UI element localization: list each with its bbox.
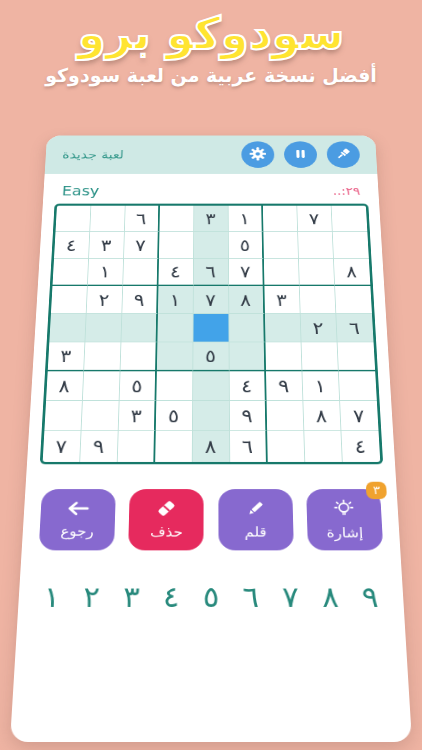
- cell-r8c4[interactable]: ٥: [155, 401, 192, 431]
- cell-r4c7[interactable]: ٣: [264, 286, 300, 314]
- action-bar: رجوع حذف: [22, 489, 401, 550]
- cell-r5c8[interactable]: ٢: [300, 314, 337, 342]
- cell-r5c5[interactable]: [193, 314, 229, 342]
- theme-button[interactable]: [326, 141, 360, 167]
- cell-r2c1[interactable]: ٤: [54, 232, 90, 259]
- settings-button[interactable]: [241, 141, 274, 167]
- cell-r2c2[interactable]: ٣: [89, 232, 125, 259]
- cell-r7c8[interactable]: ١: [302, 371, 340, 401]
- cell-r5c3[interactable]: [121, 314, 158, 342]
- cell-r1c6[interactable]: ١: [228, 206, 263, 232]
- cell-r9c7[interactable]: [267, 431, 305, 462]
- cell-r4c1[interactable]: [50, 286, 87, 314]
- cell-r2c8[interactable]: [298, 232, 334, 259]
- delete-label: حذف: [150, 524, 183, 540]
- cell-r1c5[interactable]: ٣: [194, 206, 229, 232]
- numpad-5[interactable]: ٥: [203, 580, 220, 614]
- cell-r3c8[interactable]: [298, 259, 334, 286]
- undo-button[interactable]: رجوع: [39, 489, 116, 550]
- paint-brush-icon: [335, 147, 352, 162]
- cell-r8c1[interactable]: [44, 401, 82, 431]
- hint-label: إشارة: [326, 525, 363, 541]
- cell-r6c9[interactable]: [337, 342, 375, 371]
- cell-r6c7[interactable]: [265, 342, 302, 371]
- numpad-4[interactable]: ٤: [163, 580, 180, 614]
- cell-r6c6[interactable]: [229, 342, 266, 371]
- cell-r5c2[interactable]: [85, 314, 122, 342]
- timer: ..:٢٩: [332, 184, 360, 197]
- gear-icon: [249, 146, 267, 163]
- pause-button[interactable]: [284, 141, 318, 167]
- cell-r8c2[interactable]: [81, 401, 119, 431]
- header-buttons: [241, 141, 360, 167]
- cell-r6c2[interactable]: [84, 342, 121, 371]
- cell-r9c3[interactable]: [117, 431, 155, 462]
- cell-r9c1[interactable]: ٧: [42, 431, 81, 462]
- cell-r1c1[interactable]: [55, 206, 91, 232]
- cell-r9c8[interactable]: [304, 431, 342, 462]
- cell-r7c9[interactable]: [338, 371, 376, 401]
- numpad-7[interactable]: ٧: [282, 580, 299, 614]
- cell-r8c9[interactable]: ٧: [340, 401, 378, 431]
- cell-r8c6[interactable]: ٩: [229, 401, 266, 431]
- cell-r7c2[interactable]: [82, 371, 120, 401]
- cell-r6c1[interactable]: ٣: [47, 342, 85, 371]
- cell-r1c2[interactable]: [90, 206, 125, 232]
- cell-r3c3[interactable]: [123, 259, 159, 286]
- cell-r9c9[interactable]: ٤: [341, 431, 380, 462]
- status-row: Easy ..:٢٩: [43, 174, 379, 202]
- pencil-icon: [245, 499, 266, 520]
- game-card: لعبة جديدة: [10, 136, 412, 742]
- cell-r4c8[interactable]: [299, 286, 336, 314]
- cell-r9c2[interactable]: ٩: [80, 431, 118, 462]
- cell-r4c5[interactable]: ٧: [193, 286, 229, 314]
- eraser-icon: [155, 499, 178, 520]
- cell-r2c9[interactable]: [332, 232, 368, 259]
- cell-r1c7[interactable]: [262, 206, 297, 232]
- cell-r2c5[interactable]: [194, 232, 229, 259]
- cell-r9c5[interactable]: ٨: [192, 431, 230, 462]
- numpad-2[interactable]: ٢: [83, 580, 101, 614]
- numpad: ١٢٣٤٥٦٧٨٩: [18, 580, 404, 614]
- difficulty-label: Easy: [62, 183, 100, 198]
- cell-r5c4[interactable]: [157, 314, 193, 342]
- marketing-header: سودوكو برو أفضل نسخة عربية من لعبة سودوك…: [0, 0, 422, 86]
- pause-icon: [293, 148, 308, 162]
- cell-r9c4[interactable]: [155, 431, 193, 462]
- cell-r3c4[interactable]: ٤: [158, 259, 193, 286]
- lightbulb-icon: [331, 498, 356, 521]
- cell-r4c4[interactable]: ١: [157, 286, 193, 314]
- cell-r3c2[interactable]: ١: [87, 259, 123, 286]
- app-subtitle: أفضل نسخة عربية من لعبة سودوكو: [0, 64, 422, 86]
- cell-r3c1[interactable]: [52, 259, 89, 286]
- cell-r1c3[interactable]: ٦: [124, 206, 159, 232]
- cell-r4c2[interactable]: ٢: [86, 286, 123, 314]
- cell-r1c4[interactable]: [159, 206, 194, 232]
- cell-r4c6[interactable]: ٨: [229, 286, 265, 314]
- cell-r5c9[interactable]: ٦: [336, 314, 373, 342]
- delete-button[interactable]: حذف: [128, 489, 203, 550]
- cell-r8c8[interactable]: ٨: [303, 401, 341, 431]
- card-header: لعبة جديدة: [45, 136, 378, 174]
- cell-r3c5[interactable]: ٦: [193, 259, 228, 286]
- new-game-label: لعبة جديدة: [62, 148, 124, 161]
- numpad-8[interactable]: ٨: [321, 580, 339, 614]
- cell-r8c5[interactable]: [192, 401, 229, 431]
- cell-r5c1[interactable]: [49, 314, 86, 342]
- cell-r7c4[interactable]: [156, 371, 193, 401]
- numpad-3[interactable]: ٣: [123, 580, 140, 614]
- cell-r7c6[interactable]: ٤: [229, 371, 266, 401]
- cell-r4c3[interactable]: ٩: [122, 286, 158, 314]
- cell-r9c6[interactable]: ٦: [230, 431, 268, 462]
- cell-r3c7[interactable]: [263, 259, 299, 286]
- cell-r4c9[interactable]: [335, 286, 372, 314]
- pen-label: قلم: [244, 524, 266, 540]
- cell-r7c5[interactable]: [193, 371, 230, 401]
- cell-r6c3[interactable]: [120, 342, 157, 371]
- cell-r2c6[interactable]: ٥: [228, 232, 263, 259]
- cell-r6c4[interactable]: [156, 342, 193, 371]
- sudoku-grid: ٦٣١٧٤٣٧٥١٤٦٧٨٢٩١٧٨٣٢٦٣٥٨٥٤٩١٣٥٩٨٧٧٩٨٦٤: [39, 204, 382, 465]
- hint-badge: ٣: [366, 482, 387, 499]
- cell-r5c6[interactable]: [229, 314, 265, 342]
- cell-r6c5[interactable]: ٥: [193, 342, 229, 371]
- numpad-9[interactable]: ٩: [361, 580, 379, 614]
- cell-r5c7[interactable]: [265, 314, 302, 342]
- numpad-1[interactable]: ١: [43, 580, 61, 614]
- numpad-6[interactable]: ٦: [242, 580, 259, 614]
- cell-r3c9[interactable]: ٨: [333, 259, 370, 286]
- cell-r1c8[interactable]: ٧: [297, 206, 332, 232]
- cell-r7c7[interactable]: ٩: [266, 371, 303, 401]
- cell-r7c3[interactable]: ٥: [119, 371, 156, 401]
- cell-r2c4[interactable]: [159, 232, 194, 259]
- pen-button[interactable]: قلم: [218, 489, 293, 550]
- cell-r8c3[interactable]: ٣: [118, 401, 156, 431]
- app-title: سودوكو برو: [0, 8, 422, 60]
- cell-r2c7[interactable]: [263, 232, 298, 259]
- arrow-left-icon: [66, 500, 91, 519]
- cell-r3c6[interactable]: ٧: [228, 259, 263, 286]
- cell-r8c7[interactable]: [266, 401, 304, 431]
- cell-r6c8[interactable]: [301, 342, 338, 371]
- cell-r2c3[interactable]: ٧: [124, 232, 159, 259]
- hint-button[interactable]: ٣ إشارة: [306, 489, 383, 550]
- undo-label: رجوع: [60, 523, 94, 539]
- cell-r1c9[interactable]: [331, 206, 367, 232]
- cell-r7c1[interactable]: ٨: [46, 371, 84, 401]
